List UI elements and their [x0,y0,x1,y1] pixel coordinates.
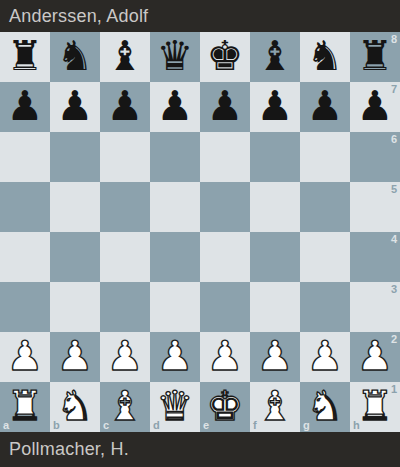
piece-white-rook[interactable]: ♜ [357,381,394,431]
coord-file-g: g [303,420,310,431]
square-h3[interactable]: 3 [350,282,400,332]
piece-white-pawn[interactable]: ♟ [357,331,394,381]
coord-rank-5: 5 [391,184,397,195]
square-d4[interactable] [150,232,200,282]
square-a5[interactable] [0,182,50,232]
square-h2[interactable]: ♟2 [350,332,400,382]
square-d2[interactable]: ♟ [150,332,200,382]
piece-white-pawn[interactable]: ♟ [57,331,94,381]
piece-black-bishop[interactable]: ♝ [107,31,144,81]
piece-black-rook[interactable]: ♜ [7,31,44,81]
square-f8[interactable]: ♝ [250,32,300,82]
player-top-bar: Anderssen, Adolf [0,0,400,32]
square-d7[interactable]: ♟ [150,82,200,132]
coord-file-a: a [3,420,9,431]
square-d1[interactable]: ♛d [150,382,200,432]
chess-board: ♜♞♝♛♚♝♞♜8♟♟♟♟♟♟♟♟76543♟♟♟♟♟♟♟♟2♜a♞b♝c♛d♚… [0,32,400,432]
coord-rank-1: 1 [391,384,397,395]
coord-file-b: b [53,420,60,431]
coord-file-e: e [203,420,209,431]
square-f2[interactable]: ♟ [250,332,300,382]
piece-white-pawn[interactable]: ♟ [157,331,194,381]
square-b3[interactable] [50,282,100,332]
square-c3[interactable] [100,282,150,332]
square-b5[interactable] [50,182,100,232]
piece-black-pawn[interactable]: ♟ [57,81,94,131]
coord-rank-3: 3 [391,284,397,295]
piece-black-pawn[interactable]: ♟ [357,81,394,131]
square-c4[interactable] [100,232,150,282]
piece-black-pawn[interactable]: ♟ [257,81,294,131]
square-a8[interactable]: ♜ [0,32,50,82]
square-g2[interactable]: ♟ [300,332,350,382]
square-a1[interactable]: ♜a [0,382,50,432]
square-d5[interactable] [150,182,200,232]
square-e6[interactable] [200,132,250,182]
square-g6[interactable] [300,132,350,182]
square-g7[interactable]: ♟ [300,82,350,132]
piece-white-pawn[interactable]: ♟ [207,331,244,381]
square-e4[interactable] [200,232,250,282]
piece-black-pawn[interactable]: ♟ [207,81,244,131]
square-e5[interactable] [200,182,250,232]
piece-white-pawn[interactable]: ♟ [257,331,294,381]
square-h6[interactable]: 6 [350,132,400,182]
piece-black-king[interactable]: ♚ [207,31,244,81]
square-b2[interactable]: ♟ [50,332,100,382]
square-c6[interactable] [100,132,150,182]
coord-file-h: h [353,420,360,431]
square-a2[interactable]: ♟ [0,332,50,382]
square-e7[interactable]: ♟ [200,82,250,132]
square-g3[interactable] [300,282,350,332]
piece-black-pawn[interactable]: ♟ [107,81,144,131]
piece-black-knight[interactable]: ♞ [57,31,94,81]
piece-white-pawn[interactable]: ♟ [307,331,344,381]
piece-black-knight[interactable]: ♞ [307,31,344,81]
square-d6[interactable] [150,132,200,182]
square-a4[interactable] [0,232,50,282]
piece-black-rook[interactable]: ♜ [357,31,394,81]
square-g1[interactable]: ♞g [300,382,350,432]
player-top-name[interactable]: Anderssen, Adolf [9,6,148,27]
coord-rank-2: 2 [391,334,397,345]
coord-rank-7: 7 [391,84,397,95]
square-h4[interactable]: 4 [350,232,400,282]
square-a7[interactable]: ♟ [0,82,50,132]
square-c2[interactable]: ♟ [100,332,150,382]
square-a6[interactable] [0,132,50,182]
piece-white-knight[interactable]: ♞ [57,381,94,431]
square-g4[interactable] [300,232,350,282]
piece-white-rook[interactable]: ♜ [7,381,44,431]
player-bottom-bar: Pollmacher, H. [0,432,400,467]
piece-black-bishop[interactable]: ♝ [257,31,294,81]
square-b8[interactable]: ♞ [50,32,100,82]
square-h1[interactable]: ♜1h [350,382,400,432]
square-f5[interactable] [250,182,300,232]
coord-file-c: c [103,420,109,431]
square-c8[interactable]: ♝ [100,32,150,82]
square-e3[interactable] [200,282,250,332]
piece-white-pawn[interactable]: ♟ [7,331,44,381]
square-c5[interactable] [100,182,150,232]
square-f6[interactable] [250,132,300,182]
piece-white-knight[interactable]: ♞ [307,381,344,431]
square-c7[interactable]: ♟ [100,82,150,132]
square-g8[interactable]: ♞ [300,32,350,82]
piece-white-king[interactable]: ♚ [207,381,244,431]
piece-black-pawn[interactable]: ♟ [7,81,44,131]
piece-black-pawn[interactable]: ♟ [307,81,344,131]
square-g5[interactable] [300,182,350,232]
square-b6[interactable] [50,132,100,182]
square-e2[interactable]: ♟ [200,332,250,382]
square-b1[interactable]: ♞b [50,382,100,432]
piece-white-bishop[interactable]: ♝ [257,381,294,431]
square-f7[interactable]: ♟ [250,82,300,132]
piece-white-bishop[interactable]: ♝ [107,381,144,431]
player-bottom-name[interactable]: Pollmacher, H. [9,439,129,460]
square-f3[interactable] [250,282,300,332]
square-h8[interactable]: ♜8 [350,32,400,82]
square-a3[interactable] [0,282,50,332]
square-d3[interactable] [150,282,200,332]
piece-black-queen[interactable]: ♛ [157,31,194,81]
square-e8[interactable]: ♚ [200,32,250,82]
square-e1[interactable]: ♚e [200,382,250,432]
coord-rank-8: 8 [391,34,397,45]
square-h5[interactable]: 5 [350,182,400,232]
square-d8[interactable]: ♛ [150,32,200,82]
piece-white-queen[interactable]: ♛ [157,381,194,431]
square-f4[interactable] [250,232,300,282]
coord-rank-4: 4 [391,234,397,245]
piece-white-pawn[interactable]: ♟ [107,331,144,381]
coord-rank-6: 6 [391,134,397,145]
square-b4[interactable] [50,232,100,282]
coord-file-d: d [153,420,160,431]
square-f1[interactable]: ♝f [250,382,300,432]
square-b7[interactable]: ♟ [50,82,100,132]
square-h7[interactable]: ♟7 [350,82,400,132]
coord-file-f: f [253,420,257,431]
square-c1[interactable]: ♝c [100,382,150,432]
piece-black-pawn[interactable]: ♟ [157,81,194,131]
